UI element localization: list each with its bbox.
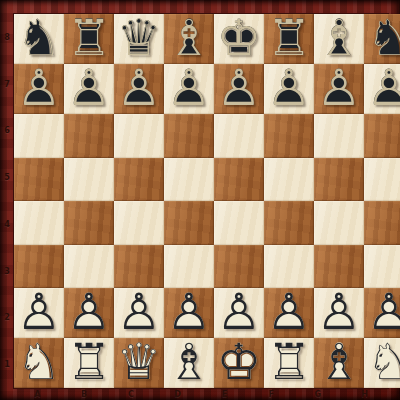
knight-glyph-outline: ♘: [17, 13, 62, 63]
square-d5[interactable]: [164, 158, 214, 202]
square-c7[interactable]: ♟♙: [114, 64, 164, 114]
chessboard-app: ♞♘♜♖♛♕♝♗♚♔♜♖♝♗♞♘♟♙♟♙♟♙♟♙♟♙♟♙♟♙♟♙♟♙♟♙♟♙♟♙…: [0, 0, 400, 400]
queen-glyph-outline: ♕: [117, 337, 162, 387]
piece-black-pawn[interactable]: ♟♙: [214, 64, 264, 114]
square-c5[interactable]: [114, 158, 164, 202]
square-g3[interactable]: [314, 245, 364, 289]
pawn-glyph-outline: ♙: [67, 63, 112, 113]
rank-label-5: 5: [0, 154, 14, 201]
pawn-glyph-outline: ♙: [117, 287, 162, 337]
square-c6[interactable]: [114, 114, 164, 158]
file-labels: ABCDEFGH: [14, 388, 388, 400]
pawn-glyph-outline: ♙: [317, 63, 362, 113]
piece-black-rook[interactable]: ♜♖: [64, 14, 114, 64]
square-c8[interactable]: ♛♕: [114, 14, 164, 64]
square-e2[interactable]: ♟♙: [214, 288, 264, 338]
pawn-glyph-outline: ♙: [167, 287, 212, 337]
square-d3[interactable]: [164, 245, 214, 289]
piece-white-rook[interactable]: ♜♖: [264, 338, 314, 388]
queen-glyph-outline: ♕: [117, 13, 162, 63]
pawn-glyph-outline: ♙: [367, 287, 400, 337]
knight-glyph-outline: ♘: [367, 13, 400, 63]
bishop-glyph-outline: ♗: [167, 13, 212, 63]
square-e7[interactable]: ♟♙: [214, 64, 264, 114]
pawn-glyph-outline: ♙: [67, 287, 112, 337]
rank-label-2: 2: [0, 295, 14, 342]
rank-label-4: 4: [0, 201, 14, 248]
rank-label-3: 3: [0, 248, 14, 295]
piece-black-pawn[interactable]: ♟♙: [114, 64, 164, 114]
piece-white-queen[interactable]: ♛♕: [114, 338, 164, 388]
square-c1[interactable]: ♛♕: [114, 338, 164, 388]
square-f6[interactable]: [264, 114, 314, 158]
square-e3[interactable]: [214, 245, 264, 289]
piece-black-rook[interactable]: ♜♖: [264, 14, 314, 64]
square-h2[interactable]: ♟♙: [364, 288, 400, 338]
square-h3[interactable]: [364, 245, 400, 289]
file-label-E: E: [201, 388, 248, 400]
square-a4[interactable]: [14, 201, 64, 245]
square-h7[interactable]: ♟♙: [364, 64, 400, 114]
file-label-G: G: [295, 388, 342, 400]
square-h1[interactable]: ♞♘: [364, 338, 400, 388]
bishop-glyph-outline: ♗: [317, 337, 362, 387]
chess-board: ♞♘♜♖♛♕♝♗♚♔♜♖♝♗♞♘♟♙♟♙♟♙♟♙♟♙♟♙♟♙♟♙♟♙♟♙♟♙♟♙…: [14, 14, 388, 388]
square-b4[interactable]: [64, 201, 114, 245]
square-b5[interactable]: [64, 158, 114, 202]
piece-white-knight[interactable]: ♞♘: [364, 338, 400, 388]
pawn-glyph-outline: ♙: [167, 63, 212, 113]
piece-black-pawn[interactable]: ♟♙: [14, 64, 64, 114]
file-label-A: A: [14, 388, 61, 400]
square-f2[interactable]: ♟♙: [264, 288, 314, 338]
rank-labels: 87654321: [0, 14, 14, 388]
square-f4[interactable]: [264, 201, 314, 245]
square-h6[interactable]: [364, 114, 400, 158]
square-g2[interactable]: ♟♙: [314, 288, 364, 338]
square-a6[interactable]: [14, 114, 64, 158]
file-label-H: H: [341, 388, 388, 400]
rank-label-8: 8: [0, 14, 14, 61]
piece-white-pawn[interactable]: ♟♙: [314, 288, 364, 338]
piece-black-pawn[interactable]: ♟♙: [64, 64, 114, 114]
piece-white-king[interactable]: ♚♔: [214, 338, 264, 388]
square-e5[interactable]: [214, 158, 264, 202]
square-d4[interactable]: [164, 201, 214, 245]
pawn-glyph-outline: ♙: [367, 63, 400, 113]
square-e8[interactable]: ♚♔: [214, 14, 264, 64]
pawn-glyph-outline: ♙: [217, 63, 262, 113]
square-d7[interactable]: ♟♙: [164, 64, 214, 114]
rank-label-6: 6: [0, 108, 14, 155]
piece-white-pawn[interactable]: ♟♙: [14, 288, 64, 338]
piece-black-pawn[interactable]: ♟♙: [314, 64, 364, 114]
square-d8[interactable]: ♝♗: [164, 14, 214, 64]
piece-white-rook[interactable]: ♜♖: [64, 338, 114, 388]
square-d1[interactable]: ♝♗: [164, 338, 214, 388]
pawn-glyph-outline: ♙: [117, 63, 162, 113]
square-h4[interactable]: [364, 201, 400, 245]
piece-white-pawn[interactable]: ♟♙: [364, 288, 400, 338]
square-g6[interactable]: [314, 114, 364, 158]
square-a1[interactable]: ♞♘: [14, 338, 64, 388]
square-c3[interactable]: [114, 245, 164, 289]
piece-black-pawn[interactable]: ♟♙: [264, 64, 314, 114]
piece-white-knight[interactable]: ♞♘: [14, 338, 64, 388]
square-d2[interactable]: ♟♙: [164, 288, 214, 338]
piece-white-pawn[interactable]: ♟♙: [164, 288, 214, 338]
square-e4[interactable]: [214, 201, 264, 245]
square-b8[interactable]: ♜♖: [64, 14, 114, 64]
file-label-B: B: [61, 388, 108, 400]
piece-white-bishop[interactable]: ♝♗: [314, 338, 364, 388]
square-c2[interactable]: ♟♙: [114, 288, 164, 338]
square-b3[interactable]: [64, 245, 114, 289]
square-f8[interactable]: ♜♖: [264, 14, 314, 64]
pawn-glyph-outline: ♙: [17, 63, 62, 113]
rank-label-1: 1: [0, 341, 14, 388]
piece-black-king[interactable]: ♚♔: [214, 14, 264, 64]
square-f1[interactable]: ♜♖: [264, 338, 314, 388]
piece-white-pawn[interactable]: ♟♙: [64, 288, 114, 338]
bishop-glyph-outline: ♗: [167, 337, 212, 387]
rook-glyph-outline: ♖: [67, 13, 112, 63]
piece-black-bishop[interactable]: ♝♗: [164, 14, 214, 64]
square-a7[interactable]: ♟♙: [14, 64, 64, 114]
square-f7[interactable]: ♟♙: [264, 64, 314, 114]
piece-black-knight[interactable]: ♞♘: [14, 14, 64, 64]
square-b7[interactable]: ♟♙: [64, 64, 114, 114]
square-g5[interactable]: [314, 158, 364, 202]
piece-black-knight[interactable]: ♞♘: [364, 14, 400, 64]
rook-glyph-outline: ♖: [267, 13, 312, 63]
square-a8[interactable]: ♞♘: [14, 14, 64, 64]
piece-black-pawn[interactable]: ♟♙: [164, 64, 214, 114]
file-label-D: D: [154, 388, 201, 400]
bishop-glyph-outline: ♗: [317, 13, 362, 63]
square-e1[interactable]: ♚♔: [214, 338, 264, 388]
square-g4[interactable]: [314, 201, 364, 245]
square-g8[interactable]: ♝♗: [314, 14, 364, 64]
square-f5[interactable]: [264, 158, 314, 202]
square-h5[interactable]: [364, 158, 400, 202]
file-label-F: F: [248, 388, 295, 400]
piece-white-pawn[interactable]: ♟♙: [114, 288, 164, 338]
square-b1[interactable]: ♜♖: [64, 338, 114, 388]
king-glyph-outline: ♔: [217, 337, 262, 387]
pawn-glyph-outline: ♙: [317, 287, 362, 337]
piece-black-pawn[interactable]: ♟♙: [364, 64, 400, 114]
pawn-glyph-outline: ♙: [217, 287, 262, 337]
pawn-glyph-outline: ♙: [267, 287, 312, 337]
piece-white-pawn[interactable]: ♟♙: [214, 288, 264, 338]
pawn-glyph-outline: ♙: [267, 63, 312, 113]
square-d6[interactable]: [164, 114, 214, 158]
king-glyph-outline: ♔: [217, 13, 262, 63]
square-a3[interactable]: [14, 245, 64, 289]
piece-black-bishop[interactable]: ♝♗: [314, 14, 364, 64]
square-g1[interactable]: ♝♗: [314, 338, 364, 388]
piece-black-queen[interactable]: ♛♕: [114, 14, 164, 64]
square-a2[interactable]: ♟♙: [14, 288, 64, 338]
piece-white-bishop[interactable]: ♝♗: [164, 338, 214, 388]
square-h8[interactable]: ♞♘: [364, 14, 400, 64]
rook-glyph-outline: ♖: [267, 337, 312, 387]
square-f3[interactable]: [264, 245, 314, 289]
square-c4[interactable]: [114, 201, 164, 245]
pawn-glyph-outline: ♙: [17, 287, 62, 337]
rook-glyph-outline: ♖: [67, 337, 112, 387]
file-label-C: C: [108, 388, 155, 400]
piece-white-pawn[interactable]: ♟♙: [264, 288, 314, 338]
square-g7[interactable]: ♟♙: [314, 64, 364, 114]
square-e6[interactable]: [214, 114, 264, 158]
square-a5[interactable]: [14, 158, 64, 202]
square-b6[interactable]: [64, 114, 114, 158]
square-b2[interactable]: ♟♙: [64, 288, 114, 338]
rank-label-7: 7: [0, 61, 14, 108]
knight-glyph-outline: ♘: [17, 337, 62, 387]
knight-glyph-outline: ♘: [367, 337, 400, 387]
